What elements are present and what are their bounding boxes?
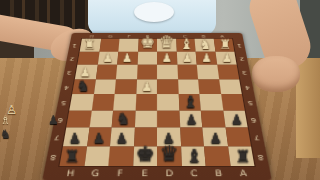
square-g1 <box>99 39 119 52</box>
white-king-e1: ♚ <box>138 34 157 51</box>
square-f4 <box>115 79 137 94</box>
square-g7: ♟ <box>87 128 112 146</box>
square-h6 <box>66 110 91 127</box>
square-a7 <box>225 128 251 146</box>
square-b3 <box>197 65 219 79</box>
square-c7 <box>180 128 204 146</box>
black-rook-h8: ♜ <box>60 148 84 165</box>
file-label-top-g: G <box>101 34 120 39</box>
square-f8 <box>108 146 133 166</box>
square-f1 <box>118 39 138 52</box>
square-a1: ♜ <box>213 39 234 52</box>
black-knight-f6: ♞ <box>112 111 135 127</box>
white-queen-d1: ♛ <box>157 34 176 51</box>
square-e2 <box>137 51 157 64</box>
square-f7: ♟ <box>110 128 134 146</box>
square-d5 <box>157 94 179 110</box>
file-labels-bottom: HGFEDCBA <box>57 167 257 180</box>
file-label-top-f: F <box>119 34 138 39</box>
square-g3 <box>95 65 117 79</box>
square-d2: ♟ <box>157 51 177 64</box>
square-f2: ♟ <box>117 51 137 64</box>
square-a3 <box>217 65 239 79</box>
square-d3 <box>157 65 178 79</box>
square-b6 <box>201 110 225 127</box>
white-pawn-b2: ♟ <box>197 52 217 64</box>
square-e8: ♚ <box>133 146 157 166</box>
white-knight-b1: ♞ <box>196 37 215 51</box>
black-bishop-c5: ♝ <box>179 93 201 110</box>
square-b1: ♞ <box>195 39 215 52</box>
black-pawn-a6: ♟ <box>225 113 248 126</box>
square-f6: ♞ <box>112 110 135 127</box>
board-grid: ♜♚♛♝♞♜♟♟♟♟♟♟♟♞♟♝♞♟♟♟♟♟♟♟♜♚♛♝♜ <box>60 39 255 166</box>
square-e5 <box>135 94 157 110</box>
black-pawn-b7: ♟ <box>204 131 227 145</box>
square-h2 <box>77 51 99 64</box>
white-pawn-e4: ♟ <box>136 81 157 94</box>
square-c2: ♟ <box>176 51 196 64</box>
square-b4 <box>198 79 221 94</box>
square-d1: ♛ <box>157 39 176 52</box>
square-c8: ♝ <box>180 146 205 166</box>
white-pawn-f2: ♟ <box>117 52 137 64</box>
board-frame: ♜♚♛♝♞♜♟♟♟♟♟♟♟♞♟♝♞♟♟♟♟♟♟♟♜♚♛♝♜ HGFEDCBA H… <box>42 33 272 180</box>
square-c6: ♟ <box>179 110 202 127</box>
square-b7: ♟ <box>202 128 227 146</box>
square-d4 <box>157 79 178 94</box>
square-h4: ♞ <box>72 79 95 94</box>
square-b5 <box>199 94 222 110</box>
square-f5 <box>113 94 136 110</box>
square-h1: ♜ <box>80 39 101 52</box>
square-e3 <box>136 65 157 79</box>
file-label-e: E <box>132 167 157 180</box>
square-g4 <box>93 79 116 94</box>
square-h8: ♜ <box>60 146 87 166</box>
black-queen-d8: ♛ <box>157 144 181 165</box>
square-d6 <box>157 110 180 127</box>
square-b8 <box>204 146 230 166</box>
square-h7: ♟ <box>63 128 89 146</box>
square-b2: ♟ <box>196 51 217 64</box>
square-c3 <box>177 65 198 79</box>
black-pawn-g7: ♟ <box>87 131 110 145</box>
square-g6 <box>89 110 113 127</box>
white-pawn-d2: ♟ <box>157 52 177 64</box>
square-f3 <box>116 65 137 79</box>
square-h5 <box>69 94 93 110</box>
square-g5 <box>91 94 114 110</box>
square-a2: ♟ <box>215 51 237 64</box>
black-knight-h4: ♞ <box>72 78 93 93</box>
square-a6: ♟ <box>223 110 248 127</box>
file-label-a: A <box>230 167 257 180</box>
captured-black-pawn: ♟ <box>48 114 59 126</box>
file-label-c: C <box>181 167 207 180</box>
square-a5 <box>221 94 245 110</box>
white-bishop-c1: ♝ <box>176 36 195 51</box>
file-label-b: B <box>206 167 232 180</box>
black-pawn-c6: ♟ <box>180 113 203 126</box>
captured-black-knight: ♞ <box>0 128 11 140</box>
black-pawn-f7: ♟ <box>110 131 133 145</box>
shirt-collar <box>134 2 174 22</box>
square-c5: ♝ <box>178 94 201 110</box>
square-e1: ♚ <box>138 39 157 52</box>
chess-board: ♜♚♛♝♞♜♟♟♟♟♟♟♟♞♟♝♞♟♟♟♟♟♟♟♜♚♛♝♜ HGFEDCBA H… <box>42 33 272 180</box>
file-label-f: F <box>107 167 133 180</box>
square-g8 <box>84 146 110 166</box>
black-bishop-c8: ♝ <box>181 146 205 164</box>
white-rook-a1: ♜ <box>215 37 234 51</box>
square-a8: ♜ <box>227 146 254 166</box>
file-label-h: H <box>57 167 84 180</box>
captured-white-bishop: ♗ <box>0 114 11 126</box>
white-pawn-a2: ♟ <box>217 52 237 64</box>
square-c1: ♝ <box>176 39 196 52</box>
file-label-d: D <box>157 167 182 180</box>
square-e4: ♟ <box>136 79 157 94</box>
square-a4 <box>219 79 242 94</box>
square-e6 <box>134 110 157 127</box>
video-frame: ♜♚♛♝♞♜♟♟♟♟♟♟♟♞♟♝♞♟♟♟♟♟♟♟♜♚♛♝♜ HGFEDCBA H… <box>0 0 320 180</box>
black-pawn-h7: ♟ <box>63 131 86 145</box>
white-pawn-c2: ♟ <box>177 52 197 64</box>
file-label-g: G <box>82 167 108 180</box>
white-rook-h1: ♜ <box>80 37 99 51</box>
square-d8: ♛ <box>157 146 181 166</box>
white-pawn-g2: ♟ <box>97 52 117 64</box>
black-rook-a8: ♜ <box>230 148 254 165</box>
black-king-e8: ♚ <box>133 144 157 165</box>
player-right-fist <box>252 56 300 92</box>
square-g2: ♟ <box>97 51 118 64</box>
